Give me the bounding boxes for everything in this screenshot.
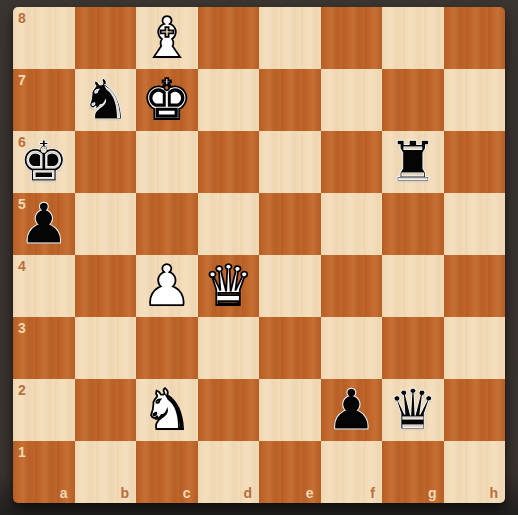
square-b7[interactable]: ♞ [75, 69, 137, 131]
square-g3[interactable] [382, 317, 444, 379]
square-b2[interactable] [75, 379, 137, 441]
square-c6[interactable] [136, 131, 198, 193]
square-e7[interactable] [259, 69, 321, 131]
black-queen-piece[interactable]: ♛ [388, 379, 438, 441]
square-f4[interactable] [321, 255, 383, 317]
file-label-c: c [183, 486, 191, 500]
square-d3[interactable] [198, 317, 260, 379]
rank-label-7: 7 [18, 73, 26, 87]
square-d1[interactable]: d [198, 441, 260, 503]
black-knight-piece[interactable]: ♞ [80, 69, 130, 131]
white-pawn-piece[interactable]: ♟ [142, 255, 192, 317]
black-rook-piece[interactable]: ♜ [388, 131, 438, 193]
square-e6[interactable] [259, 131, 321, 193]
black-pawn-piece[interactable]: ♟ [326, 379, 376, 441]
square-d5[interactable] [198, 193, 260, 255]
square-c1[interactable]: c [136, 441, 198, 503]
square-d2[interactable] [198, 379, 260, 441]
square-f5[interactable] [321, 193, 383, 255]
square-a8[interactable]: 8 [13, 7, 75, 69]
square-g8[interactable] [382, 7, 444, 69]
square-h8[interactable] [444, 7, 506, 69]
chess-board: 8♝7♞♚6♚♜5♟4♟♛32♞♟♛1abcdefgh [13, 7, 505, 503]
square-h7[interactable] [444, 69, 506, 131]
file-label-h: h [489, 486, 498, 500]
file-label-d: d [243, 486, 252, 500]
file-label-f: f [370, 486, 375, 500]
square-b6[interactable] [75, 131, 137, 193]
square-f7[interactable] [321, 69, 383, 131]
square-a3[interactable]: 3 [13, 317, 75, 379]
square-b8[interactable] [75, 7, 137, 69]
square-e2[interactable] [259, 379, 321, 441]
square-b1[interactable]: b [75, 441, 137, 503]
square-a5[interactable]: 5♟ [13, 193, 75, 255]
square-e4[interactable] [259, 255, 321, 317]
square-f8[interactable] [321, 7, 383, 69]
square-a6[interactable]: 6♚ [13, 131, 75, 193]
square-b4[interactable] [75, 255, 137, 317]
square-f1[interactable]: f [321, 441, 383, 503]
square-h2[interactable] [444, 379, 506, 441]
white-queen-piece[interactable]: ♛ [203, 255, 253, 317]
square-a2[interactable]: 2 [13, 379, 75, 441]
white-king-piece[interactable]: ♚ [142, 69, 192, 131]
square-d4[interactable]: ♛ [198, 255, 260, 317]
square-d6[interactable] [198, 131, 260, 193]
square-e3[interactable] [259, 317, 321, 379]
rank-label-4: 4 [18, 259, 26, 273]
square-c8[interactable]: ♝ [136, 7, 198, 69]
square-f3[interactable] [321, 317, 383, 379]
rank-label-8: 8 [18, 11, 26, 25]
square-g6[interactable]: ♜ [382, 131, 444, 193]
square-h1[interactable]: h [444, 441, 506, 503]
square-f6[interactable] [321, 131, 383, 193]
rank-label-1: 1 [18, 445, 26, 459]
square-b5[interactable] [75, 193, 137, 255]
square-c4[interactable]: ♟ [136, 255, 198, 317]
square-b3[interactable] [75, 317, 137, 379]
file-label-g: g [428, 486, 437, 500]
file-label-e: e [306, 486, 314, 500]
square-g1[interactable]: g [382, 441, 444, 503]
square-h4[interactable] [444, 255, 506, 317]
rank-label-2: 2 [18, 383, 26, 397]
square-a1[interactable]: 1a [13, 441, 75, 503]
white-knight-piece[interactable]: ♞ [142, 379, 192, 441]
square-g5[interactable] [382, 193, 444, 255]
square-h3[interactable] [444, 317, 506, 379]
white-bishop-piece[interactable]: ♝ [142, 7, 192, 69]
square-d8[interactable] [198, 7, 260, 69]
square-c2[interactable]: ♞ [136, 379, 198, 441]
square-c7[interactable]: ♚ [136, 69, 198, 131]
square-a7[interactable]: 7 [13, 69, 75, 131]
square-h5[interactable] [444, 193, 506, 255]
square-h6[interactable] [444, 131, 506, 193]
black-pawn-piece[interactable]: ♟ [19, 193, 69, 255]
square-f2[interactable]: ♟ [321, 379, 383, 441]
square-c5[interactable] [136, 193, 198, 255]
square-c3[interactable] [136, 317, 198, 379]
file-label-b: b [120, 486, 129, 500]
rank-label-3: 3 [18, 321, 26, 335]
square-e5[interactable] [259, 193, 321, 255]
square-e8[interactable] [259, 7, 321, 69]
file-label-a: a [60, 486, 68, 500]
square-d7[interactable] [198, 69, 260, 131]
black-king-piece[interactable]: ♚ [19, 131, 69, 193]
square-a4[interactable]: 4 [13, 255, 75, 317]
square-g7[interactable] [382, 69, 444, 131]
square-g4[interactable] [382, 255, 444, 317]
square-e1[interactable]: e [259, 441, 321, 503]
square-g2[interactable]: ♛ [382, 379, 444, 441]
